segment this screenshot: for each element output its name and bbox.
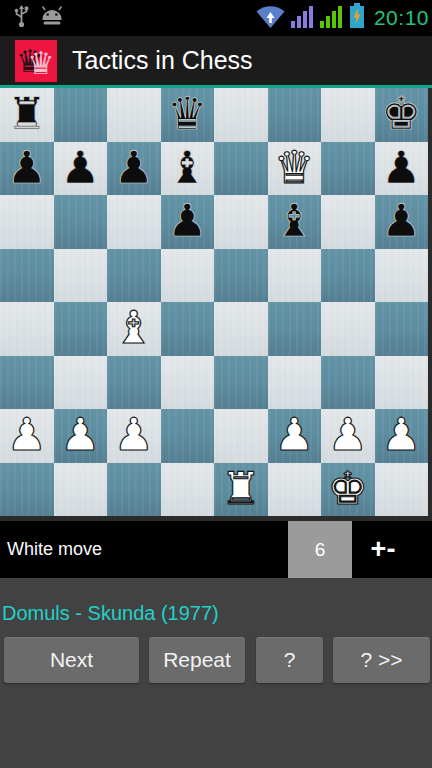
square-g7[interactable]: [321, 142, 375, 196]
square-h1[interactable]: [375, 463, 429, 517]
piece-white-pawn: ♟: [321, 409, 375, 463]
square-b8[interactable]: [54, 88, 108, 142]
piece-black-king: ♚: [375, 88, 429, 142]
square-a3[interactable]: [0, 356, 54, 410]
piece-black-pawn: ♟: [107, 142, 161, 196]
square-f3[interactable]: [268, 356, 322, 410]
square-a5[interactable]: [0, 249, 54, 303]
square-f1[interactable]: [268, 463, 322, 517]
app-screen: 20:10 ♛ ♛ Tactics in Chess ♜♛♚♟♟♟♝♛♟♟♝♟♝…: [0, 0, 432, 768]
title-bar: ♛ ♛ Tactics in Chess: [0, 36, 432, 85]
square-b6[interactable]: [54, 195, 108, 249]
piece-black-bishop: ♝: [268, 195, 322, 249]
square-d5[interactable]: [161, 249, 215, 303]
square-c2[interactable]: ♟: [107, 409, 161, 463]
status-bar: 20:10: [0, 0, 432, 36]
piece-black-bishop: ♝: [161, 142, 215, 196]
piece-black-pawn: ♟: [375, 142, 429, 196]
square-e1[interactable]: ♜: [214, 463, 268, 517]
piece-white-queen: ♛: [268, 142, 322, 196]
piece-white-pawn: ♟: [107, 409, 161, 463]
square-h3[interactable]: [375, 356, 429, 410]
square-g2[interactable]: ♟: [321, 409, 375, 463]
adb-android-icon: [39, 6, 65, 31]
square-c6[interactable]: [107, 195, 161, 249]
square-a6[interactable]: [0, 195, 54, 249]
square-c4[interactable]: ♝: [107, 302, 161, 356]
square-d1[interactable]: [161, 463, 215, 517]
square-c5[interactable]: [107, 249, 161, 303]
piece-black-pawn: ♟: [54, 142, 108, 196]
square-f7[interactable]: ♛: [268, 142, 322, 196]
square-h8[interactable]: ♚: [375, 88, 429, 142]
square-d3[interactable]: [161, 356, 215, 410]
piece-white-bishop: ♝: [107, 302, 161, 356]
square-e4[interactable]: [214, 302, 268, 356]
page-title: Tactics in Chess: [72, 46, 253, 75]
next-button[interactable]: Next: [4, 637, 139, 683]
piece-white-king: ♚: [321, 463, 375, 517]
piece-white-pawn: ♟: [54, 409, 108, 463]
square-h2[interactable]: ♟: [375, 409, 429, 463]
square-b2[interactable]: ♟: [54, 409, 108, 463]
square-a2[interactable]: ♟: [0, 409, 54, 463]
square-f8[interactable]: [268, 88, 322, 142]
signal-bars-green-icon: [320, 4, 343, 33]
square-f5[interactable]: [268, 249, 322, 303]
move-bar: White move 6 +-: [0, 521, 432, 578]
square-f2[interactable]: ♟: [268, 409, 322, 463]
square-e3[interactable]: [214, 356, 268, 410]
square-a7[interactable]: ♟: [0, 142, 54, 196]
square-b1[interactable]: [54, 463, 108, 517]
move-number-box[interactable]: 6: [288, 521, 352, 578]
square-g4[interactable]: [321, 302, 375, 356]
piece-black-rook: ♜: [0, 88, 54, 142]
square-d6[interactable]: ♟: [161, 195, 215, 249]
controls-row: Next Repeat ? ? >>: [0, 637, 432, 683]
square-d4[interactable]: [161, 302, 215, 356]
status-right-icons: 20:10: [256, 3, 432, 33]
red-queens-app-icon: ♛ ♛: [15, 40, 57, 82]
move-number-stepper-button[interactable]: +-: [352, 521, 414, 578]
square-b3[interactable]: [54, 356, 108, 410]
square-h6[interactable]: ♟: [375, 195, 429, 249]
piece-white-pawn: ♟: [268, 409, 322, 463]
solution-button[interactable]: ? >>: [333, 637, 430, 683]
square-f6[interactable]: ♝: [268, 195, 322, 249]
square-e5[interactable]: [214, 249, 268, 303]
square-a4[interactable]: [0, 302, 54, 356]
square-g3[interactable]: [321, 356, 375, 410]
piece-black-queen: ♛: [161, 88, 215, 142]
piece-white-pawn: ♟: [375, 409, 429, 463]
piece-white-pawn: ♟: [0, 409, 54, 463]
square-g1[interactable]: ♚: [321, 463, 375, 517]
square-h4[interactable]: [375, 302, 429, 356]
square-c7[interactable]: ♟: [107, 142, 161, 196]
square-b4[interactable]: [54, 302, 108, 356]
move-number-value: 6: [315, 539, 326, 561]
wifi-icon: [256, 4, 285, 33]
square-b7[interactable]: ♟: [54, 142, 108, 196]
bottom-panel: Domuls - Skunda (1977) Next Repeat ? ? >…: [0, 578, 432, 683]
square-e6[interactable]: [214, 195, 268, 249]
pink-queen-icon: ♛: [27, 42, 55, 82]
chess-board[interactable]: ♜♛♚♟♟♟♝♛♟♟♝♟♝♟♟♟♟♟♟♜♚: [0, 88, 428, 516]
piece-black-pawn: ♟: [0, 142, 54, 196]
square-g6[interactable]: [321, 195, 375, 249]
battery-charging-icon: [349, 3, 365, 33]
square-c8[interactable]: [107, 88, 161, 142]
piece-black-pawn: ♟: [375, 195, 429, 249]
square-d7[interactable]: ♝: [161, 142, 215, 196]
square-d8[interactable]: ♛: [161, 88, 215, 142]
square-f4[interactable]: [268, 302, 322, 356]
square-c1[interactable]: [107, 463, 161, 517]
board-area: ♜♛♚♟♟♟♝♛♟♟♝♟♝♟♟♟♟♟♟♜♚: [0, 88, 432, 521]
square-e7[interactable]: [214, 142, 268, 196]
square-a1[interactable]: [0, 463, 54, 517]
puzzle-source-label: Domuls - Skunda (1977): [2, 602, 432, 625]
repeat-button[interactable]: Repeat: [149, 637, 245, 683]
status-clock: 20:10: [371, 6, 429, 30]
piece-black-pawn: ♟: [161, 195, 215, 249]
square-d2[interactable]: [161, 409, 215, 463]
hint-button[interactable]: ?: [256, 637, 323, 683]
square-e8[interactable]: [214, 88, 268, 142]
side-to-move-label: White move: [7, 521, 102, 578]
piece-white-rook: ♜: [214, 463, 268, 517]
square-h7[interactable]: ♟: [375, 142, 429, 196]
square-e2[interactable]: [214, 409, 268, 463]
status-left-icons: [0, 4, 65, 32]
square-g8[interactable]: [321, 88, 375, 142]
square-h5[interactable]: [375, 249, 429, 303]
signal-bars-purple-icon: [291, 4, 314, 33]
square-c3[interactable]: [107, 356, 161, 410]
square-a8[interactable]: ♜: [0, 88, 54, 142]
square-g5[interactable]: [321, 249, 375, 303]
usb-icon: [13, 4, 30, 32]
square-b5[interactable]: [54, 249, 108, 303]
